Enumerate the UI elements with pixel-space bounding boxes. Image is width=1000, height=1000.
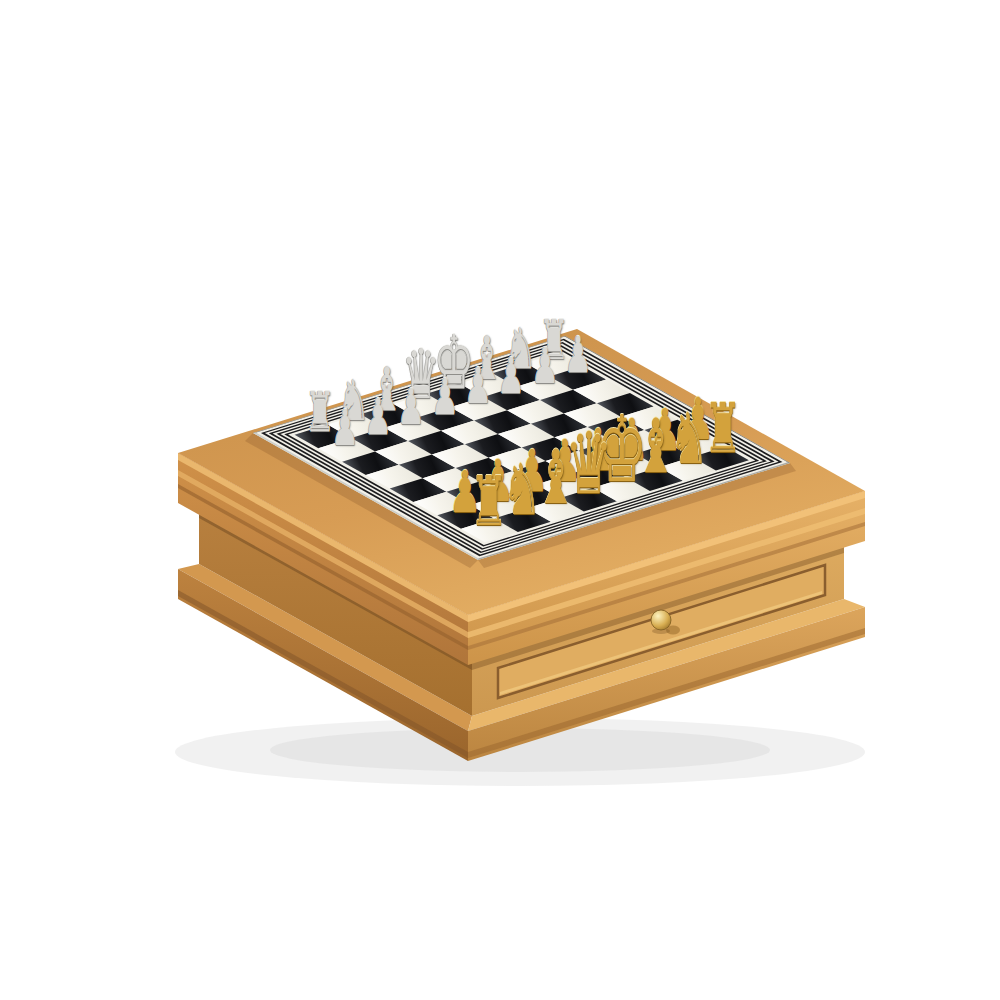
chess-set-photo: ♜♞♝♛♚♝♞♜♟♟♟♟♟♟♟♟♟♟♟♟♟♟♟♟♜♞♝♛♚♝♞♜ xyxy=(0,0,1000,1000)
drawer-knob xyxy=(651,610,671,630)
